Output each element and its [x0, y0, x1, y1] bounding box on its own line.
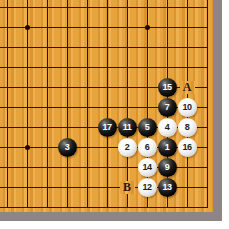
- board-grid: AB1234567891011121314151617: [0, 0, 213, 212]
- stone-white-4: 4: [158, 118, 177, 137]
- stone-black-11: 11: [118, 118, 137, 137]
- stone-black-13: 13: [158, 178, 177, 197]
- stone-white-2: 2: [118, 138, 137, 157]
- point-label-A: A: [180, 81, 195, 94]
- stone-white-8: 8: [178, 118, 197, 137]
- point-label-B: B: [120, 181, 135, 194]
- go-diagram: AB1234567891011121314151617: [0, 0, 229, 229]
- star-point: [145, 25, 150, 30]
- stone-white-14: 14: [138, 158, 157, 177]
- stone-black-3: 3: [58, 138, 77, 157]
- stone-black-7: 7: [158, 98, 177, 117]
- stone-black-5: 5: [138, 118, 157, 137]
- stone-white-12: 12: [138, 178, 157, 197]
- go-board[interactable]: AB1234567891011121314151617: [0, 0, 213, 212]
- star-point: [25, 25, 30, 30]
- stone-white-16: 16: [178, 138, 197, 157]
- stone-black-15: 15: [158, 78, 177, 97]
- stone-white-6: 6: [138, 138, 157, 157]
- stone-white-10: 10: [178, 98, 197, 117]
- stone-black-1: 1: [158, 138, 177, 157]
- star-point: [25, 145, 30, 150]
- stone-black-9: 9: [158, 158, 177, 177]
- stone-black-17: 17: [98, 118, 117, 137]
